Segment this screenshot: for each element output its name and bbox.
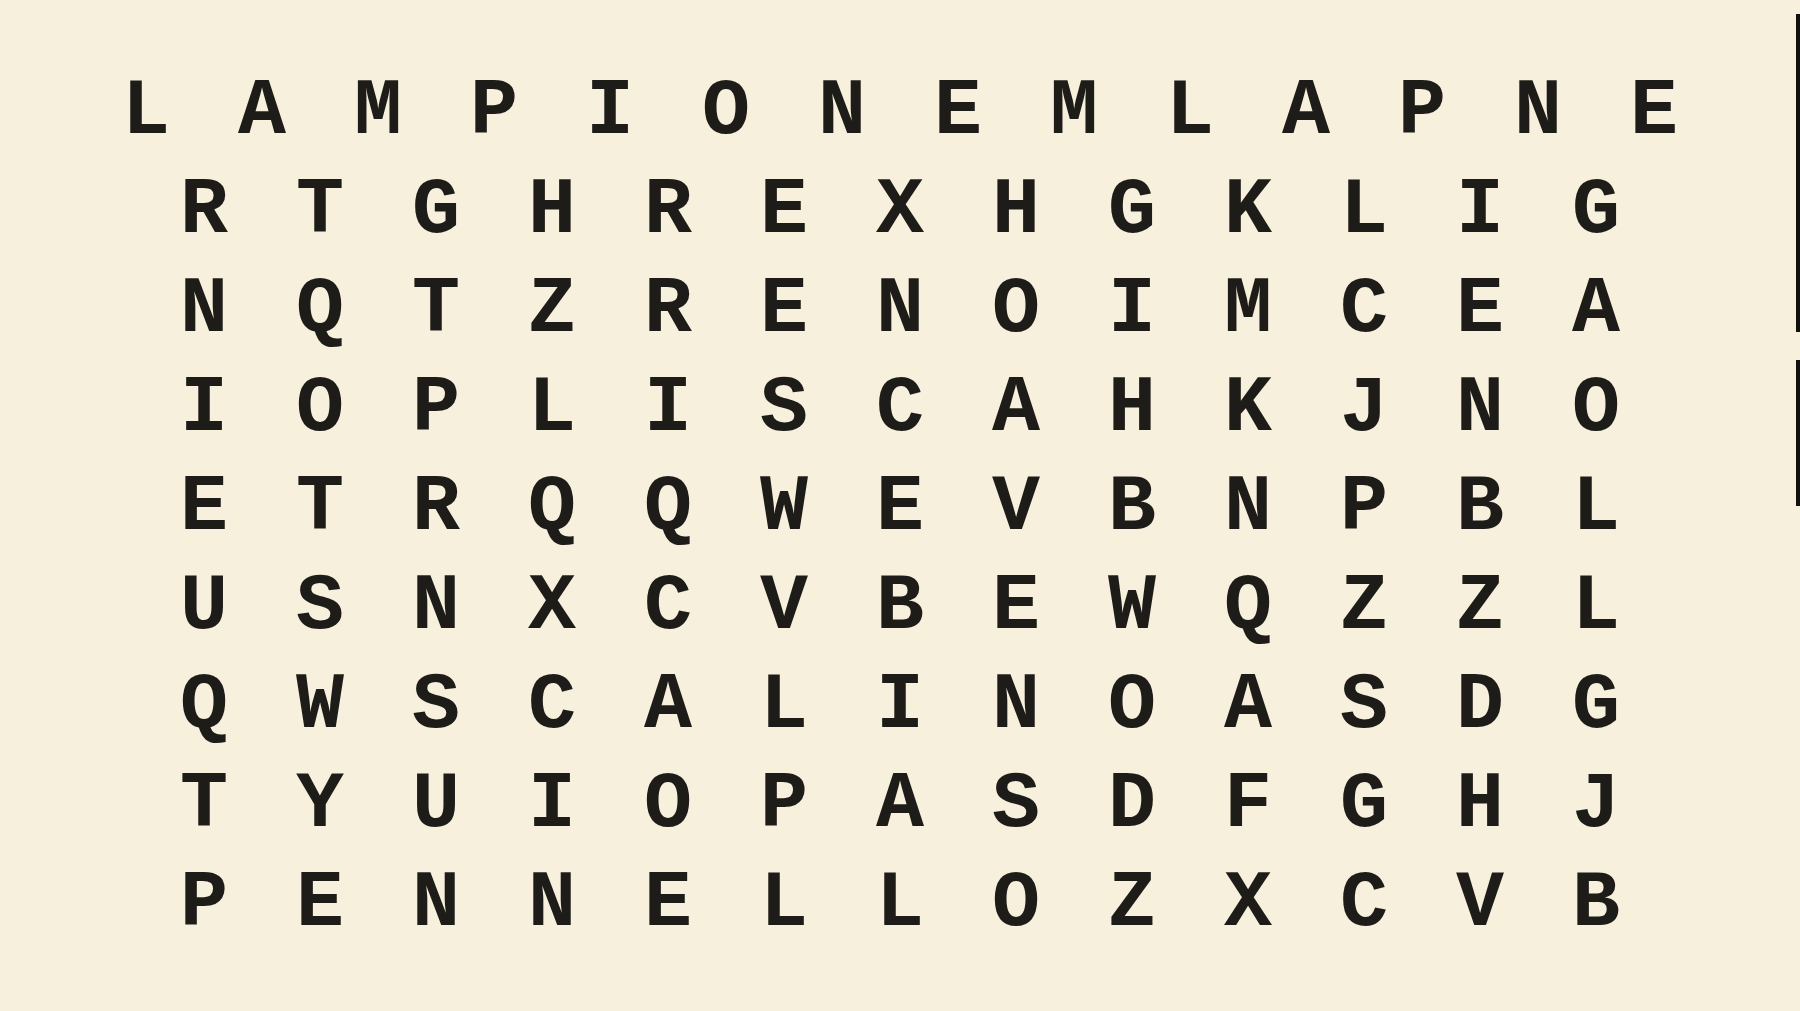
grid-cell[interactable]: E	[958, 557, 1074, 656]
grid-row: TYUIOPASDFGHJ	[0, 755, 1800, 854]
grid-cell[interactable]: T	[378, 260, 494, 359]
grid-cell[interactable]: P	[146, 854, 262, 953]
grid-row: NQTZRENOIMCEA	[0, 260, 1800, 359]
grid-cell[interactable]: P	[1306, 458, 1422, 557]
grid-cell[interactable]: K	[1190, 359, 1306, 458]
grid-cell[interactable]: S	[378, 656, 494, 755]
grid-cell[interactable]: R	[610, 161, 726, 260]
grid-cell[interactable]: L	[842, 854, 958, 953]
grid-cell[interactable]: C	[1306, 260, 1422, 359]
grid-cell[interactable]: G	[1538, 161, 1654, 260]
grid-cell[interactable]: Q	[494, 458, 610, 557]
grid-cell[interactable]: X	[1190, 854, 1306, 953]
grid-cell[interactable]: S	[1306, 656, 1422, 755]
grid-cell[interactable]: G	[1306, 755, 1422, 854]
grid-cell[interactable]: L	[1538, 458, 1654, 557]
grid-cell[interactable]: E	[1422, 260, 1538, 359]
grid-cell[interactable]: E	[726, 260, 842, 359]
grid-cell[interactable]: X	[842, 161, 958, 260]
grid-cell[interactable]: W	[262, 656, 378, 755]
grid-cell[interactable]: A	[958, 359, 1074, 458]
grid-cell[interactable]: A	[610, 656, 726, 755]
grid-cell[interactable]: G	[1538, 656, 1654, 755]
grid-cell[interactable]: R	[378, 458, 494, 557]
grid-cell[interactable]: Z	[1422, 557, 1538, 656]
grid-cell[interactable]: N	[784, 62, 900, 161]
grid-cell[interactable]: O	[958, 260, 1074, 359]
grid-cell[interactable]: E	[262, 854, 378, 953]
grid-cell[interactable]: W	[1074, 557, 1190, 656]
grid-row: QWSCALINOASDG	[0, 656, 1800, 755]
word-search-grid: LAMPIONEMLAPNERTGHREXHGKLIGNQTZRENOIMCEA…	[0, 62, 1800, 953]
grid-cell[interactable]: A	[1248, 62, 1364, 161]
grid-cell[interactable]: L	[1306, 161, 1422, 260]
grid-cell[interactable]: S	[262, 557, 378, 656]
grid-cell[interactable]: B	[1538, 854, 1654, 953]
grid-cell[interactable]: O	[262, 359, 378, 458]
grid-row: IOPLISCAHKJNO	[0, 359, 1800, 458]
grid-cell[interactable]: Q	[610, 458, 726, 557]
grid-cell[interactable]: V	[726, 557, 842, 656]
grid-cell[interactable]: C	[610, 557, 726, 656]
grid-cell[interactable]: B	[1422, 458, 1538, 557]
grid-cell[interactable]: M	[320, 62, 436, 161]
grid-cell[interactable]: L	[494, 359, 610, 458]
grid-cell[interactable]: Y	[262, 755, 378, 854]
grid-cell[interactable]: N	[378, 557, 494, 656]
grid-cell[interactable]: T	[146, 755, 262, 854]
grid-cell[interactable]: N	[146, 260, 262, 359]
grid-cell[interactable]: A	[842, 755, 958, 854]
grid-cell[interactable]: O	[668, 62, 784, 161]
grid-cell[interactable]: L	[726, 656, 842, 755]
grid-cell[interactable]: G	[378, 161, 494, 260]
grid-cell[interactable]: N	[378, 854, 494, 953]
grid-cell[interactable]: P	[378, 359, 494, 458]
grid-cell[interactable]: R	[146, 161, 262, 260]
grid-cell[interactable]: I	[1422, 161, 1538, 260]
grid-cell[interactable]: Q	[1190, 557, 1306, 656]
grid-cell[interactable]: Z	[1074, 854, 1190, 953]
grid-cell[interactable]: M	[1190, 260, 1306, 359]
grid-row: ETRQQWEVBNPBL	[0, 458, 1800, 557]
grid-cell[interactable]: E	[610, 854, 726, 953]
grid-cell[interactable]: R	[610, 260, 726, 359]
grid-cell[interactable]: L	[1132, 62, 1248, 161]
grid-cell[interactable]: V	[958, 458, 1074, 557]
grid-cell[interactable]: S	[958, 755, 1074, 854]
grid-cell[interactable]: Z	[1306, 557, 1422, 656]
grid-row: LAMPIONEMLAPNE	[0, 62, 1800, 161]
grid-cell[interactable]: L	[88, 62, 204, 161]
grid-cell[interactable]: E	[726, 161, 842, 260]
edge-strip	[1796, 14, 1800, 332]
grid-cell[interactable]: G	[1074, 161, 1190, 260]
grid-cell[interactable]: D	[1422, 656, 1538, 755]
grid-cell[interactable]: N	[1480, 62, 1596, 161]
grid-cell[interactable]: H	[1074, 359, 1190, 458]
grid-cell[interactable]: S	[726, 359, 842, 458]
grid-cell[interactable]: O	[1538, 359, 1654, 458]
grid-cell[interactable]: Q	[262, 260, 378, 359]
grid-cell[interactable]: T	[262, 161, 378, 260]
grid-cell[interactable]: E	[1596, 62, 1712, 161]
grid-cell[interactable]: E	[900, 62, 1016, 161]
grid-cell[interactable]: H	[494, 161, 610, 260]
grid-cell[interactable]: I	[610, 359, 726, 458]
grid-cell[interactable]: H	[958, 161, 1074, 260]
grid-cell[interactable]: I	[146, 359, 262, 458]
grid-cell[interactable]: P	[726, 755, 842, 854]
grid-cell[interactable]: A	[1190, 656, 1306, 755]
grid-cell[interactable]: C	[842, 359, 958, 458]
grid-cell[interactable]: A	[204, 62, 320, 161]
grid-cell[interactable]: V	[1422, 854, 1538, 953]
grid-cell[interactable]: A	[1538, 260, 1654, 359]
edge-strip	[1796, 360, 1800, 506]
grid-cell[interactable]: I	[842, 656, 958, 755]
grid-cell[interactable]: U	[378, 755, 494, 854]
grid-cell[interactable]: J	[1538, 755, 1654, 854]
grid-cell[interactable]: N	[494, 854, 610, 953]
grid-cell[interactable]: U	[146, 557, 262, 656]
grid-cell[interactable]: L	[1538, 557, 1654, 656]
grid-cell[interactable]: O	[610, 755, 726, 854]
grid-cell[interactable]: P	[436, 62, 552, 161]
word-search-screen: LAMPIONEMLAPNERTGHREXHGKLIGNQTZRENOIMCEA…	[0, 0, 1800, 1011]
grid-cell[interactable]: L	[726, 854, 842, 953]
grid-cell[interactable]: M	[1016, 62, 1132, 161]
grid-cell[interactable]: J	[1306, 359, 1422, 458]
grid-cell[interactable]: O	[1074, 656, 1190, 755]
grid-cell[interactable]: E	[842, 458, 958, 557]
grid-cell[interactable]: N	[1190, 458, 1306, 557]
grid-cell[interactable]: P	[1364, 62, 1480, 161]
grid-cell[interactable]: H	[1422, 755, 1538, 854]
grid-cell[interactable]: I	[1074, 260, 1190, 359]
grid-cell[interactable]: K	[1190, 161, 1306, 260]
grid-cell[interactable]: B	[842, 557, 958, 656]
grid-cell[interactable]: B	[1074, 458, 1190, 557]
grid-row: USNXCVBEWQZZL	[0, 557, 1800, 656]
grid-cell[interactable]: D	[1074, 755, 1190, 854]
grid-cell[interactable]: N	[1422, 359, 1538, 458]
grid-cell[interactable]: T	[262, 458, 378, 557]
grid-cell[interactable]: Z	[494, 260, 610, 359]
grid-cell[interactable]: I	[552, 62, 668, 161]
grid-cell[interactable]: C	[494, 656, 610, 755]
grid-cell[interactable]: O	[958, 854, 1074, 953]
grid-cell[interactable]: X	[494, 557, 610, 656]
grid-cell[interactable]: F	[1190, 755, 1306, 854]
grid-cell[interactable]: E	[146, 458, 262, 557]
grid-cell[interactable]: W	[726, 458, 842, 557]
grid-cell[interactable]: C	[1306, 854, 1422, 953]
grid-cell[interactable]: I	[494, 755, 610, 854]
grid-row: PENNELLOZXCVB	[0, 854, 1800, 953]
grid-cell[interactable]: N	[958, 656, 1074, 755]
grid-cell[interactable]: Q	[146, 656, 262, 755]
grid-cell[interactable]: N	[842, 260, 958, 359]
grid-row: RTGHREXHGKLIG	[0, 161, 1800, 260]
